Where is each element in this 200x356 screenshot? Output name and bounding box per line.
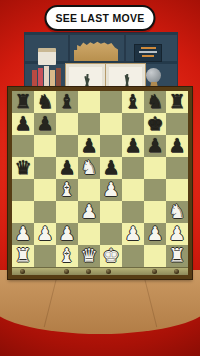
table-seam <box>44 277 58 328</box>
white-queen-piece: ♛ <box>78 243 100 267</box>
black-rook-piece: ♜ <box>166 89 188 113</box>
square-c4[interactable]: ♝ <box>56 179 78 201</box>
black-knight-piece: ♞ <box>34 89 56 113</box>
square-d2[interactable] <box>78 223 100 245</box>
square-f4[interactable] <box>122 179 144 201</box>
screw-icon <box>174 269 179 274</box>
book <box>50 70 55 88</box>
square-d4[interactable] <box>78 179 100 201</box>
screw-icon <box>106 269 111 274</box>
square-c3[interactable] <box>56 201 78 223</box>
square-a3[interactable] <box>12 201 34 223</box>
white-pawn-piece: ♟ <box>56 221 78 245</box>
square-h3[interactable]: ♞ <box>166 201 188 223</box>
square-c6[interactable] <box>56 135 78 157</box>
square-d3[interactable]: ♟ <box>78 201 100 223</box>
white-knight-piece: ♞ <box>166 199 188 223</box>
square-g8[interactable]: ♞ <box>144 91 166 113</box>
black-pawn-piece: ♟ <box>34 111 56 135</box>
square-g2[interactable]: ♟ <box>144 223 166 245</box>
square-b5[interactable] <box>34 157 56 179</box>
book <box>56 68 61 88</box>
square-e6[interactable] <box>100 135 122 157</box>
square-c1[interactable]: ♝ <box>56 245 78 267</box>
black-king-piece: ♚ <box>144 111 166 135</box>
wall-sign <box>134 44 162 62</box>
square-a6[interactable] <box>12 135 34 157</box>
black-rook-piece: ♜ <box>12 89 34 113</box>
black-knight-piece: ♞ <box>144 89 166 113</box>
black-bishop-piece: ♝ <box>122 89 144 113</box>
screw-icon <box>64 269 69 274</box>
square-b2[interactable]: ♟ <box>34 223 56 245</box>
square-e1[interactable]: ♚ <box>100 245 122 267</box>
white-pawn-piece: ♟ <box>78 199 100 223</box>
white-pawn-piece: ♟ <box>12 221 34 245</box>
black-pawn-piece: ♟ <box>166 133 188 157</box>
square-c7[interactable] <box>56 113 78 135</box>
square-h1[interactable]: ♜ <box>166 245 188 267</box>
square-a7[interactable]: ♟ <box>12 113 34 135</box>
square-a2[interactable]: ♟ <box>12 223 34 245</box>
black-pawn-piece: ♟ <box>78 133 100 157</box>
square-b4[interactable] <box>34 179 56 201</box>
square-a1[interactable]: ♜ <box>12 245 34 267</box>
square-b3[interactable] <box>34 201 56 223</box>
white-pawn-piece: ♟ <box>34 221 56 245</box>
square-a4[interactable] <box>12 179 34 201</box>
black-bishop-piece: ♝ <box>56 89 78 113</box>
square-c2[interactable]: ♟ <box>56 223 78 245</box>
board-bottom-edge <box>12 267 188 275</box>
square-c8[interactable]: ♝ <box>56 91 78 113</box>
square-f5[interactable] <box>122 157 144 179</box>
table-seam <box>144 277 158 328</box>
black-pawn-piece: ♟ <box>100 155 122 179</box>
screw-icon <box>86 269 91 274</box>
stack-of-books <box>32 65 64 88</box>
square-b7[interactable]: ♟ <box>34 113 56 135</box>
white-pawn-piece: ♟ <box>100 177 122 201</box>
square-g6[interactable]: ♟ <box>144 135 166 157</box>
square-g3[interactable] <box>144 201 166 223</box>
black-pawn-piece: ♟ <box>56 155 78 179</box>
square-f2[interactable]: ♟ <box>122 223 144 245</box>
chess-board-frame: ♜♞♝♝♞♜♟♟♚♟♟♟♟♛♟♞♟♝♟♟♞♟♟♟♟♟♟♜♝♛♚♜ <box>8 87 192 279</box>
square-b6[interactable] <box>34 135 56 157</box>
square-d7[interactable] <box>78 113 100 135</box>
square-h7[interactable] <box>166 113 188 135</box>
square-g5[interactable] <box>144 157 166 179</box>
square-e2[interactable] <box>100 223 122 245</box>
square-h6[interactable]: ♟ <box>166 135 188 157</box>
bookshelf <box>24 32 178 88</box>
table-surface <box>0 270 200 334</box>
square-b1[interactable] <box>34 245 56 267</box>
square-d1[interactable]: ♛ <box>78 245 100 267</box>
square-f3[interactable] <box>122 201 144 223</box>
square-d8[interactable] <box>78 91 100 113</box>
black-queen-piece: ♛ <box>12 155 34 179</box>
square-g1[interactable] <box>144 245 166 267</box>
app-screen: ♜♞♝♝♞♜♟♟♚♟♟♟♟♛♟♞♟♝♟♟♞♟♟♟♟♟♟♜♝♛♚♜ SEE LAS… <box>0 0 200 356</box>
square-g4[interactable] <box>144 179 166 201</box>
castle-skyline-model <box>74 41 118 61</box>
square-a5[interactable]: ♛ <box>12 157 34 179</box>
square-f1[interactable] <box>122 245 144 267</box>
white-king-piece: ♚ <box>100 243 122 267</box>
book <box>44 66 49 88</box>
square-a8[interactable]: ♜ <box>12 91 34 113</box>
screw-icon <box>20 269 25 274</box>
white-bishop-piece: ♝ <box>56 177 78 201</box>
square-e7[interactable] <box>100 113 122 135</box>
square-h4[interactable] <box>166 179 188 201</box>
square-f8[interactable]: ♝ <box>122 91 144 113</box>
square-h2[interactable]: ♟ <box>166 223 188 245</box>
square-f6[interactable]: ♟ <box>122 135 144 157</box>
white-bishop-piece: ♝ <box>56 243 78 267</box>
book <box>32 70 37 88</box>
white-pawn-piece: ♟ <box>166 221 188 245</box>
square-g7[interactable]: ♚ <box>144 113 166 135</box>
square-h8[interactable]: ♜ <box>166 91 188 113</box>
square-e8[interactable] <box>100 91 122 113</box>
black-pawn-piece: ♟ <box>144 133 166 157</box>
leaning-card <box>38 48 56 65</box>
square-f7[interactable] <box>122 113 144 135</box>
shelf-board <box>24 32 178 35</box>
white-rook-piece: ♜ <box>12 243 34 267</box>
white-pawn-piece: ♟ <box>122 221 144 245</box>
globe-icon <box>146 68 161 83</box>
black-pawn-piece: ♟ <box>122 133 144 157</box>
white-rook-piece: ♜ <box>166 243 188 267</box>
square-h5[interactable] <box>166 157 188 179</box>
square-d6[interactable]: ♟ <box>78 135 100 157</box>
square-e5[interactable]: ♟ <box>100 157 122 179</box>
screw-icon <box>152 269 157 274</box>
black-pawn-piece: ♟ <box>12 111 34 135</box>
square-e4[interactable]: ♟ <box>100 179 122 201</box>
book <box>38 68 43 88</box>
chess-board[interactable]: ♜♞♝♝♞♜♟♟♚♟♟♟♟♛♟♞♟♝♟♟♞♟♟♟♟♟♟♜♝♛♚♜ <box>12 91 188 267</box>
white-knight-piece: ♞ <box>78 155 100 179</box>
square-c5[interactable]: ♟ <box>56 157 78 179</box>
see-last-move-button[interactable]: SEE LAST MOVE <box>44 5 155 31</box>
square-d5[interactable]: ♞ <box>78 157 100 179</box>
white-pawn-piece: ♟ <box>144 221 166 245</box>
square-b8[interactable]: ♞ <box>34 91 56 113</box>
square-e3[interactable] <box>100 201 122 223</box>
